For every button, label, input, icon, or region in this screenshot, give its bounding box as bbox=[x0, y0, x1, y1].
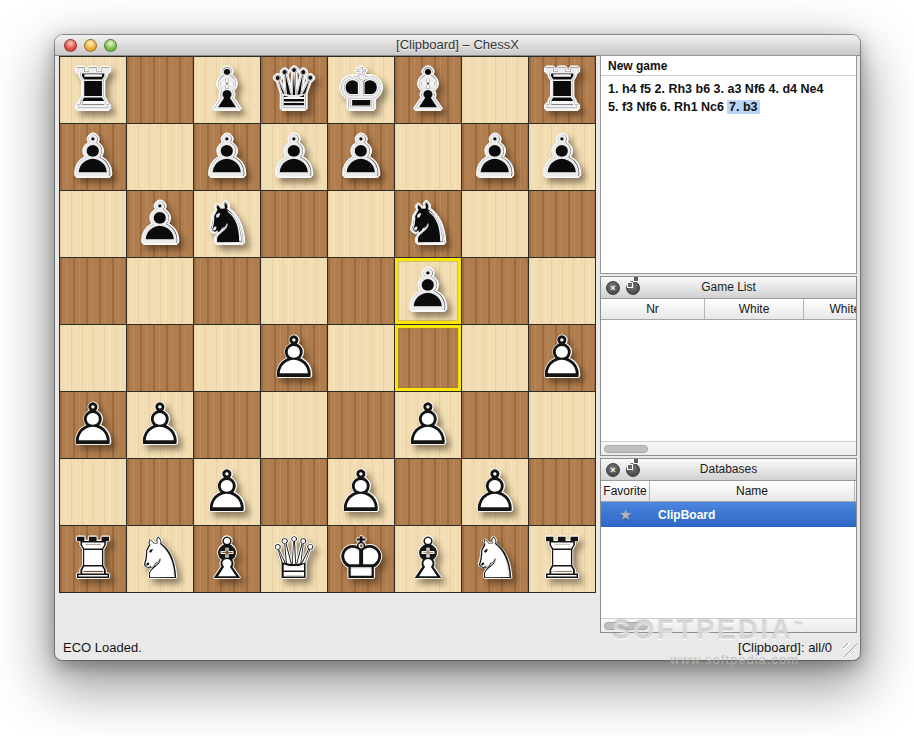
game-list-hscrollbar-thumb[interactable] bbox=[604, 445, 648, 453]
piece-white-bishop-f1[interactable]: ♝♗ bbox=[395, 526, 461, 592]
square-g7[interactable]: ♟♙ bbox=[462, 124, 528, 190]
databases-column-header: Favorite Name bbox=[601, 481, 856, 502]
piece-black-knight-c6[interactable]: ♞♘ bbox=[194, 191, 260, 257]
square-f5[interactable]: ♟♙ bbox=[395, 258, 461, 324]
database-status: [Clipboard]: all/0 bbox=[738, 640, 832, 655]
notation-panel: New game 1. h4 f5 2. Rh3 b6 3. a3 Nf6 4.… bbox=[600, 55, 857, 274]
square-d8[interactable]: ♛♕ bbox=[261, 57, 327, 123]
square-c5[interactable] bbox=[194, 258, 260, 324]
square-a3[interactable]: ♟♙ bbox=[60, 392, 126, 458]
square-c4[interactable] bbox=[194, 325, 260, 391]
databases-hscrollbar[interactable] bbox=[601, 618, 856, 632]
current-move[interactable]: 7. b3 bbox=[727, 100, 760, 114]
databases-list-body[interactable]: ★ ClipBoard bbox=[601, 502, 856, 618]
game-header-label: New game bbox=[601, 56, 856, 76]
column-header-nr[interactable]: Nr bbox=[601, 299, 705, 319]
square-d1[interactable]: ♛♕ bbox=[261, 526, 327, 592]
piece-white-queen-d1[interactable]: ♛♕ bbox=[261, 526, 327, 592]
piece-black-king-e8[interactable]: ♚♔ bbox=[328, 57, 394, 123]
square-f7[interactable] bbox=[395, 124, 461, 190]
window-title: [Clipboard] – ChessX bbox=[55, 35, 860, 55]
piece-black-queen-d8[interactable]: ♛♕ bbox=[261, 57, 327, 123]
piece-white-pawn-h4[interactable]: ♟♙ bbox=[529, 325, 595, 391]
square-a2[interactable] bbox=[60, 459, 126, 525]
game-list-column-header: Nr White WhiteElo bbox=[601, 299, 856, 320]
minimize-window-button[interactable] bbox=[84, 39, 97, 52]
square-g6[interactable] bbox=[462, 191, 528, 257]
column-header-whiteelo[interactable]: WhiteElo bbox=[804, 299, 856, 319]
piece-white-rook-h1[interactable]: ♜♖ bbox=[529, 526, 595, 592]
square-h6[interactable] bbox=[529, 191, 595, 257]
square-a4[interactable] bbox=[60, 325, 126, 391]
square-a5[interactable] bbox=[60, 258, 126, 324]
square-f3[interactable]: ♟♙ bbox=[395, 392, 461, 458]
zoom-window-button[interactable] bbox=[104, 39, 117, 52]
square-g3[interactable] bbox=[462, 392, 528, 458]
square-f2[interactable] bbox=[395, 459, 461, 525]
piece-black-pawn-d7[interactable]: ♟♙ bbox=[261, 124, 327, 190]
square-b8[interactable] bbox=[127, 57, 193, 123]
piece-black-rook-a8[interactable]: ♜♖ bbox=[60, 57, 126, 123]
column-header-favorite[interactable]: Favorite bbox=[601, 481, 650, 501]
piece-white-knight-g1[interactable]: ♞♘ bbox=[462, 526, 528, 592]
square-a7[interactable]: ♟♙ bbox=[60, 124, 126, 190]
piece-white-pawn-c2[interactable]: ♟♙ bbox=[194, 459, 260, 525]
square-d3[interactable] bbox=[261, 392, 327, 458]
resize-grip[interactable] bbox=[843, 643, 857, 657]
piece-white-rook-a1[interactable]: ♜♖ bbox=[60, 526, 126, 592]
piece-black-pawn-g7[interactable]: ♟♙ bbox=[462, 124, 528, 190]
square-h2[interactable] bbox=[529, 459, 595, 525]
piece-black-pawn-b6[interactable]: ♟♙ bbox=[127, 191, 193, 257]
square-c8[interactable]: ♝♗ bbox=[194, 57, 260, 123]
square-e3[interactable] bbox=[328, 392, 394, 458]
game-list-titlebar[interactable]: × Game List bbox=[601, 277, 856, 299]
square-f6[interactable]: ♞♘ bbox=[395, 191, 461, 257]
square-b1[interactable]: ♞♘ bbox=[127, 526, 193, 592]
square-d2[interactable] bbox=[261, 459, 327, 525]
float-panel-icon[interactable] bbox=[626, 281, 640, 295]
square-f8[interactable]: ♝♗ bbox=[395, 57, 461, 123]
square-h1[interactable]: ♜♖ bbox=[529, 526, 595, 592]
square-d7[interactable]: ♟♙ bbox=[261, 124, 327, 190]
square-g5[interactable] bbox=[462, 258, 528, 324]
square-h3[interactable] bbox=[529, 392, 595, 458]
square-b3[interactable]: ♟♙ bbox=[127, 392, 193, 458]
piece-white-pawn-e2[interactable]: ♟♙ bbox=[328, 459, 394, 525]
square-h8[interactable]: ♜♖ bbox=[529, 57, 595, 123]
databases-titlebar[interactable]: × Databases bbox=[601, 459, 856, 481]
square-a8[interactable]: ♜♖ bbox=[60, 57, 126, 123]
piece-black-knight-f6[interactable]: ♞♘ bbox=[395, 191, 461, 257]
piece-white-pawn-g2[interactable]: ♟♙ bbox=[462, 459, 528, 525]
chessx-window: [Clipboard] – ChessX ♜♖♝♗♛♕♚♔♝♗♜♖♟♙♟♙♟♙♟… bbox=[55, 35, 860, 660]
title-bar[interactable]: [Clipboard] – ChessX bbox=[55, 35, 860, 56]
game-list-hscrollbar[interactable] bbox=[601, 441, 856, 455]
piece-black-pawn-c7[interactable]: ♟♙ bbox=[194, 124, 260, 190]
move-line[interactable]: 1. h4 f5 2. Rh3 b6 3. a3 Nf6 4. d4 Ne4 bbox=[608, 81, 849, 99]
close-window-button[interactable] bbox=[64, 39, 77, 52]
square-d6[interactable] bbox=[261, 191, 327, 257]
piece-black-bishop-f8[interactable]: ♝♗ bbox=[395, 57, 461, 123]
piece-black-pawn-e7[interactable]: ♟♙ bbox=[328, 124, 394, 190]
game-list-body[interactable] bbox=[601, 320, 856, 441]
favorite-star-icon[interactable]: ★ bbox=[601, 506, 650, 524]
square-g1[interactable]: ♞♘ bbox=[462, 526, 528, 592]
chess-board: ♜♖♝♗♛♕♚♔♝♗♜♖♟♙♟♙♟♙♟♙♟♙♟♙♟♙♞♘♞♘♟♙♟♙♟♙♟♙♟♙… bbox=[59, 56, 596, 593]
square-e1[interactable]: ♚♔ bbox=[328, 526, 394, 592]
piece-white-pawn-d4[interactable]: ♟♙ bbox=[261, 325, 327, 391]
square-e6[interactable] bbox=[328, 191, 394, 257]
square-h7[interactable]: ♟♙ bbox=[529, 124, 595, 190]
square-c6[interactable]: ♞♘ bbox=[194, 191, 260, 257]
piece-white-bishop-c1[interactable]: ♝♗ bbox=[194, 526, 260, 592]
move-line[interactable]: 5. f3 Nf6 6. Rh1 Nc67. b3 bbox=[608, 99, 849, 117]
square-e5[interactable] bbox=[328, 258, 394, 324]
square-b5[interactable] bbox=[127, 258, 193, 324]
piece-black-pawn-f5[interactable]: ♟♙ bbox=[395, 258, 461, 324]
database-name: ClipBoard bbox=[650, 508, 856, 522]
databases-hscrollbar-thumb[interactable] bbox=[604, 622, 648, 630]
piece-white-knight-b1[interactable]: ♞♘ bbox=[127, 526, 193, 592]
float-panel-icon[interactable] bbox=[626, 463, 640, 477]
square-c3[interactable] bbox=[194, 392, 260, 458]
square-b4[interactable] bbox=[127, 325, 193, 391]
square-d5[interactable] bbox=[261, 258, 327, 324]
piece-black-rook-h8[interactable]: ♜♖ bbox=[529, 57, 595, 123]
close-panel-icon[interactable]: × bbox=[606, 281, 620, 295]
piece-black-pawn-h7[interactable]: ♟♙ bbox=[529, 124, 595, 190]
status-bar: ECO Loaded. [Clipboard]: all/0 bbox=[55, 635, 860, 660]
piece-white-king-e1[interactable]: ♚♔ bbox=[328, 526, 394, 592]
databases-dock: × Databases Favorite Name ★ ClipBoard bbox=[600, 458, 857, 633]
square-b7[interactable] bbox=[127, 124, 193, 190]
piece-white-pawn-b3[interactable]: ♟♙ bbox=[127, 392, 193, 458]
square-c7[interactable]: ♟♙ bbox=[194, 124, 260, 190]
square-d4[interactable]: ♟♙ bbox=[261, 325, 327, 391]
game-list-dock: × Game List Nr White WhiteElo bbox=[600, 276, 857, 456]
square-a6[interactable] bbox=[60, 191, 126, 257]
square-e2[interactable]: ♟♙ bbox=[328, 459, 394, 525]
column-header-white[interactable]: White bbox=[705, 299, 804, 319]
move-list: 1. h4 f5 2. Rh3 b6 3. a3 Nf6 4. d4 Ne4 5… bbox=[601, 76, 856, 122]
move-line-text[interactable]: 5. f3 Nf6 6. Rh1 Nc6 bbox=[608, 100, 724, 114]
close-panel-icon[interactable]: × bbox=[606, 463, 620, 477]
square-h4[interactable]: ♟♙ bbox=[529, 325, 595, 391]
piece-white-pawn-a3[interactable]: ♟♙ bbox=[60, 392, 126, 458]
square-g2[interactable]: ♟♙ bbox=[462, 459, 528, 525]
square-f1[interactable]: ♝♗ bbox=[395, 526, 461, 592]
square-e8[interactable]: ♚♔ bbox=[328, 57, 394, 123]
square-g4[interactable] bbox=[462, 325, 528, 391]
square-b6[interactable]: ♟♙ bbox=[127, 191, 193, 257]
traffic-lights bbox=[64, 39, 117, 52]
square-c2[interactable]: ♟♙ bbox=[194, 459, 260, 525]
database-row-clipboard[interactable]: ★ ClipBoard bbox=[601, 502, 856, 527]
piece-black-pawn-a7[interactable]: ♟♙ bbox=[60, 124, 126, 190]
piece-white-pawn-f3[interactable]: ♟♙ bbox=[395, 392, 461, 458]
square-b2[interactable] bbox=[127, 459, 193, 525]
square-h5[interactable] bbox=[529, 258, 595, 324]
square-e4[interactable] bbox=[328, 325, 394, 391]
column-header-name[interactable]: Name bbox=[650, 481, 855, 501]
piece-black-bishop-c8[interactable]: ♝♗ bbox=[194, 57, 260, 123]
square-c1[interactable]: ♝♗ bbox=[194, 526, 260, 592]
square-f4[interactable] bbox=[395, 325, 461, 391]
square-e7[interactable]: ♟♙ bbox=[328, 124, 394, 190]
square-a1[interactable]: ♜♖ bbox=[60, 526, 126, 592]
square-g8[interactable] bbox=[462, 57, 528, 123]
status-message: ECO Loaded. bbox=[63, 640, 142, 655]
